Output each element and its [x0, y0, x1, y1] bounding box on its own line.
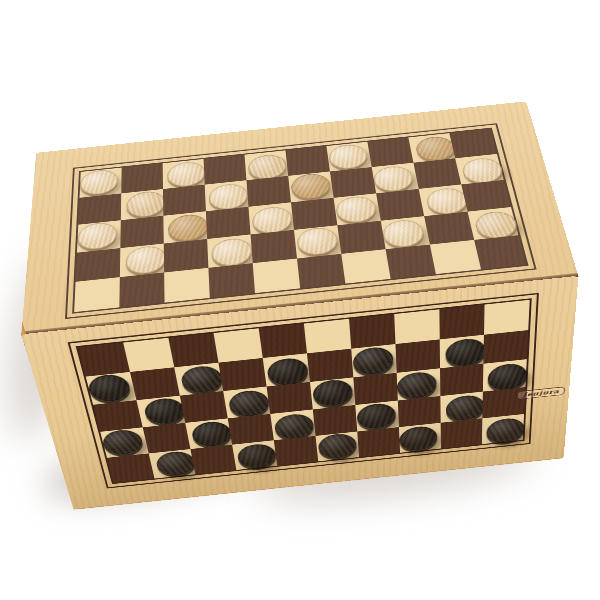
square-r5c3[interactable]	[164, 268, 210, 303]
square-r10c6[interactable]	[316, 432, 360, 462]
square-r7c9[interactable]	[440, 335, 484, 369]
clasp-plate	[493, 454, 517, 463]
square-r6c6[interactable]	[304, 319, 351, 354]
square-r10c10[interactable]	[482, 414, 524, 444]
square-r10c7[interactable]	[357, 427, 400, 457]
square-r7c7[interactable]	[351, 344, 396, 377]
square-r5c5[interactable]	[253, 259, 300, 294]
square-r7c1[interactable]	[86, 372, 137, 405]
square-r7c2[interactable]	[130, 367, 180, 400]
playing-area-near	[76, 298, 532, 484]
black-piece[interactable]	[399, 425, 437, 452]
square-r5c9[interactable]	[430, 240, 481, 274]
square-r7c4[interactable]	[218, 358, 266, 391]
black-piece[interactable]	[179, 364, 224, 394]
natural-piece[interactable]	[372, 165, 415, 193]
natural-piece[interactable]	[126, 245, 166, 276]
square-r10c9[interactable]	[441, 418, 483, 448]
square-r5c10[interactable]	[474, 235, 526, 269]
black-piece[interactable]	[397, 371, 437, 400]
natural-piece[interactable]	[167, 161, 205, 188]
square-r5c8[interactable]	[386, 245, 436, 279]
board-left-edge	[21, 321, 74, 510]
square-r10c8[interactable]	[399, 423, 441, 453]
square-r6c5[interactable]	[259, 324, 307, 358]
natural-piece[interactable]	[290, 172, 331, 200]
square-r5c4[interactable]	[208, 263, 255, 298]
natural-piece[interactable]	[168, 213, 208, 242]
square-r6c4[interactable]	[214, 328, 263, 362]
square-r10c4[interactable]	[232, 440, 277, 470]
square-r6c2[interactable]	[123, 338, 174, 372]
natural-piece[interactable]	[335, 195, 378, 224]
square-r10c3[interactable]	[190, 445, 236, 475]
square-r5c6[interactable]	[297, 254, 345, 289]
black-piece[interactable]	[190, 420, 233, 448]
square-r10c5[interactable]	[274, 436, 318, 466]
black-piece[interactable]	[236, 443, 277, 470]
clasp-ring	[214, 471, 234, 488]
black-piece[interactable]	[312, 378, 353, 407]
square-r6c1[interactable]	[78, 343, 130, 377]
natural-piece[interactable]	[381, 218, 426, 248]
square-r6c10[interactable]	[484, 300, 530, 335]
square-r6c8[interactable]	[394, 309, 440, 344]
square-r10c1[interactable]	[107, 453, 154, 482]
square-r7c6[interactable]	[307, 349, 353, 382]
natural-piece[interactable]	[327, 143, 368, 170]
square-r5c2[interactable]	[119, 272, 164, 307]
board-left-edge	[22, 153, 40, 348]
natural-piece[interactable]	[77, 221, 117, 251]
square-r5c1[interactable]	[74, 277, 120, 312]
product-photo-stage: Jeujura	[0, 0, 600, 600]
square-r7c3[interactable]	[174, 363, 223, 396]
checkers-board: Jeujura	[0, 0, 600, 600]
square-r7c5[interactable]	[263, 353, 310, 386]
square-r6c7[interactable]	[349, 314, 395, 349]
natural-piece[interactable]	[126, 190, 165, 218]
square-r5c7[interactable]	[341, 249, 390, 283]
square-r6c3[interactable]	[168, 333, 218, 367]
black-piece[interactable]	[486, 417, 525, 444]
black-piece[interactable]	[356, 402, 396, 430]
square-r7c8[interactable]	[395, 339, 440, 372]
natural-piece[interactable]	[296, 226, 339, 256]
black-piece[interactable]	[100, 428, 144, 456]
black-piece[interactable]	[352, 346, 394, 376]
square-r10c2[interactable]	[149, 449, 196, 479]
black-piece[interactable]	[317, 432, 357, 459]
black-piece[interactable]	[86, 373, 132, 403]
clasp-plate	[205, 484, 229, 493]
natural-piece[interactable]	[80, 169, 119, 197]
clasp-ring	[502, 441, 520, 457]
square-r6c9[interactable]	[439, 305, 484, 340]
